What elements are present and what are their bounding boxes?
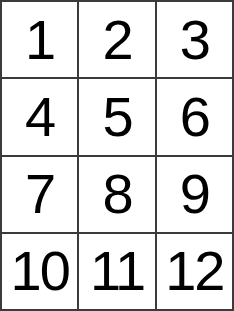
grid-cell-8[interactable]: 8 bbox=[79, 157, 154, 232]
grid-cell-4[interactable]: 4 bbox=[2, 79, 77, 154]
number-grid-board: 1 2 3 4 5 6 7 8 9 10 11 12 bbox=[0, 0, 234, 311]
grid-cell-5[interactable]: 5 bbox=[79, 79, 154, 154]
grid-cell-9[interactable]: 9 bbox=[157, 157, 232, 232]
grid-cell-6[interactable]: 6 bbox=[157, 79, 232, 154]
grid-cell-7[interactable]: 7 bbox=[2, 157, 77, 232]
grid-cell-10[interactable]: 10 bbox=[2, 234, 77, 309]
grid-cell-2[interactable]: 2 bbox=[79, 2, 154, 77]
grid-cell-1[interactable]: 1 bbox=[2, 2, 77, 77]
grid-cell-11[interactable]: 11 bbox=[79, 234, 154, 309]
grid-cell-12[interactable]: 12 bbox=[157, 234, 232, 309]
grid-cell-3[interactable]: 3 bbox=[157, 2, 232, 77]
